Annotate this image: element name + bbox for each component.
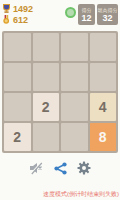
mode-notice-text: 速度模式(倒计时结束则失败) (43, 191, 119, 198)
header-left: 1492 612 (2, 3, 33, 25)
score-box: 得分 12 (78, 4, 95, 25)
cell-r1c1 (33, 63, 60, 91)
cell-r0c2 (61, 33, 88, 61)
cell-r2c0 (4, 93, 31, 121)
cell-r3c1 (33, 123, 60, 151)
cell-r1c0 (4, 63, 31, 91)
trophy-score-value: 1492 (13, 4, 33, 14)
medal-score-value: 612 (13, 15, 28, 25)
cell-r1c2 (61, 63, 88, 91)
mute-icon[interactable] (29, 161, 44, 176)
share-icon[interactable] (53, 161, 68, 176)
settings-gear-icon[interactable] (77, 161, 92, 176)
cell-r3c2 (61, 123, 88, 151)
footer-toolbar (0, 159, 120, 177)
tile-8-r3c3: 8 (90, 123, 117, 151)
medal-icon (2, 15, 11, 24)
tile-2-r3c0: 2 (4, 123, 31, 151)
tile-2-r2c1: 2 (33, 93, 60, 121)
trophy-score-row: 1492 (2, 3, 33, 14)
cell-r0c3 (90, 33, 117, 61)
best-score-value: 32 (102, 13, 112, 23)
best-score-box: 最高得分 32 (97, 4, 118, 25)
countdown-timer-icon (65, 7, 76, 18)
cell-r2c2 (61, 93, 88, 121)
cell-r1c3 (90, 63, 117, 91)
board[interactable]: 2428 (2, 31, 118, 153)
cell-r0c0 (4, 33, 31, 61)
score-value: 12 (81, 13, 91, 23)
cell-r0c1 (33, 33, 60, 61)
medal-score-row: 612 (2, 14, 33, 25)
tile-4-r2c3: 4 (90, 93, 117, 121)
trophy-icon (2, 4, 11, 13)
